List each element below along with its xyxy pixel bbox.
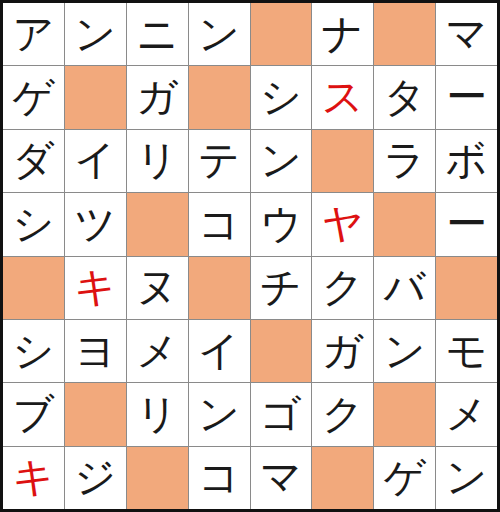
- grid-cell-r5c3[interactable]: ヌ: [127, 257, 188, 319]
- letter: ゴ: [260, 394, 302, 435]
- grid-cell-r7c8[interactable]: メ: [436, 383, 497, 445]
- grid-cell-r7c5[interactable]: ゴ: [251, 383, 312, 445]
- grid-cell-r3c1[interactable]: ダ: [3, 130, 64, 192]
- letter: ゲ: [384, 457, 426, 498]
- grid-cell-r1c4[interactable]: ン: [189, 3, 250, 65]
- blocked-cell-r1c7: [374, 3, 435, 65]
- grid-cell-r3c2[interactable]: イ: [65, 130, 126, 192]
- letter: タ: [384, 77, 426, 118]
- grid-cell-r5c7[interactable]: バ: [374, 257, 435, 319]
- grid-cell-r1c6[interactable]: ナ: [312, 3, 373, 65]
- grid-cell-r1c8[interactable]: マ: [436, 3, 497, 65]
- letter: バ: [384, 267, 426, 308]
- blocked-cell-r2c2: [65, 66, 126, 128]
- grid-cell-r6c4[interactable]: イ: [189, 320, 250, 382]
- grid-cell-r5c2[interactable]: キ: [65, 257, 126, 319]
- grid-cell-r8c5[interactable]: マ: [251, 447, 312, 509]
- grid-cell-r6c8[interactable]: モ: [436, 320, 497, 382]
- grid-cell-r8c1[interactable]: キ: [3, 447, 64, 509]
- letter: チ: [260, 267, 302, 308]
- letter: ー: [446, 204, 487, 245]
- grid-cell-r2c5[interactable]: シ: [251, 66, 312, 128]
- letter: ン: [198, 394, 240, 435]
- grid-cell-r6c6[interactable]: ガ: [312, 320, 373, 382]
- grid-cell-r3c4[interactable]: テ: [189, 130, 250, 192]
- grid-cell-r6c1[interactable]: シ: [3, 320, 64, 382]
- grid-cell-r6c2[interactable]: ヨ: [65, 320, 126, 382]
- letter: コ: [198, 457, 240, 498]
- blocked-cell-r7c7: [374, 383, 435, 445]
- grid-cell-r5c5[interactable]: チ: [251, 257, 312, 319]
- letter: テ: [198, 140, 240, 181]
- blocked-cell-r8c3: [127, 447, 188, 509]
- grid-cell-r7c1[interactable]: ブ: [3, 383, 64, 445]
- blocked-cell-r5c4: [189, 257, 250, 319]
- letter: リ: [136, 140, 178, 181]
- letter: ヌ: [136, 267, 178, 308]
- grid-cell-r3c3[interactable]: リ: [127, 130, 188, 192]
- letter: ゲ: [12, 77, 54, 118]
- grid-cell-r4c1[interactable]: シ: [3, 193, 64, 255]
- letter: ヨ: [74, 331, 116, 372]
- letter: シ: [12, 204, 54, 245]
- grid-cell-r4c6[interactable]: ヤ: [312, 193, 373, 255]
- letter: ン: [446, 457, 488, 498]
- grid-cell-r1c3[interactable]: ニ: [127, 3, 188, 65]
- blocked-cell-r6c5: [251, 320, 312, 382]
- letter: ガ: [136, 77, 178, 118]
- letter: シ: [260, 77, 302, 118]
- letter: ク: [322, 267, 364, 308]
- letter: ボ: [446, 140, 488, 181]
- letter: ジ: [74, 457, 116, 498]
- grid-cell-r6c3[interactable]: メ: [127, 320, 188, 382]
- blocked-cell-r1c5: [251, 3, 312, 65]
- grid-cell-r4c8[interactable]: ー: [436, 193, 497, 255]
- grid-cell-r7c3[interactable]: リ: [127, 383, 188, 445]
- letter: ン: [198, 14, 240, 55]
- grid-cell-r2c6[interactable]: ス: [312, 66, 373, 128]
- crossword-grid: アンニンナマゲガシスターダイリテンラボシツコウヤーキヌチクバシヨメイガンモブリン…: [0, 0, 500, 512]
- blocked-cell-r5c8: [436, 257, 497, 319]
- grid-cell-r2c3[interactable]: ガ: [127, 66, 188, 128]
- letter: ニ: [136, 14, 178, 55]
- letter: リ: [136, 394, 178, 435]
- letter: ブ: [12, 394, 54, 435]
- grid-cell-r8c8[interactable]: ン: [436, 447, 497, 509]
- grid-cell-r4c5[interactable]: ウ: [251, 193, 312, 255]
- grid-cell-r4c2[interactable]: ツ: [65, 193, 126, 255]
- letter: ツ: [74, 204, 116, 245]
- letter: ウ: [260, 204, 302, 245]
- letter: メ: [136, 331, 178, 372]
- blocked-cell-r7c2: [65, 383, 126, 445]
- grid-cell-r4c4[interactable]: コ: [189, 193, 250, 255]
- letter: ラ: [384, 140, 426, 181]
- letter: コ: [198, 204, 240, 245]
- letter: ン: [384, 331, 426, 372]
- letter: メ: [446, 394, 488, 435]
- blocked-cell-r4c7: [374, 193, 435, 255]
- grid-cell-r6c7[interactable]: ン: [374, 320, 435, 382]
- grid-cell-r8c2[interactable]: ジ: [65, 447, 126, 509]
- blocked-cell-r4c3: [127, 193, 188, 255]
- highlighted-letter: キ: [74, 267, 116, 308]
- letter: ダ: [12, 140, 54, 181]
- letter: モ: [446, 331, 488, 372]
- letter: マ: [446, 14, 488, 55]
- letter: ア: [12, 14, 54, 55]
- letter: ー: [446, 77, 487, 118]
- grid-cell-r8c7[interactable]: ゲ: [374, 447, 435, 509]
- grid-cell-r2c7[interactable]: タ: [374, 66, 435, 128]
- blocked-cell-r2c4: [189, 66, 250, 128]
- letter: シ: [12, 331, 54, 372]
- grid-cell-r1c2[interactable]: ン: [65, 3, 126, 65]
- letter: ン: [260, 140, 302, 181]
- crossword-board: アンニンナマゲガシスターダイリテンラボシツコウヤーキヌチクバシヨメイガンモブリン…: [0, 0, 500, 512]
- grid-cell-r1c1[interactable]: ア: [3, 3, 64, 65]
- blocked-cell-r5c1: [3, 257, 64, 319]
- letter: ク: [322, 394, 364, 435]
- letter: ガ: [322, 331, 364, 372]
- grid-cell-r3c7[interactable]: ラ: [374, 130, 435, 192]
- letter: ン: [74, 14, 116, 55]
- letter: イ: [74, 140, 116, 181]
- grid-cell-r7c4[interactable]: ン: [189, 383, 250, 445]
- letter: マ: [260, 457, 302, 498]
- grid-cell-r3c8[interactable]: ボ: [436, 130, 497, 192]
- highlighted-letter: ヤ: [322, 204, 364, 245]
- letter: イ: [198, 331, 240, 372]
- grid-cell-r2c1[interactable]: ゲ: [3, 66, 64, 128]
- highlighted-letter: ス: [322, 77, 364, 118]
- grid-cell-r7c6[interactable]: ク: [312, 383, 373, 445]
- grid-cell-r2c8[interactable]: ー: [436, 66, 497, 128]
- blocked-cell-r3c6: [312, 130, 373, 192]
- grid-cell-r5c6[interactable]: ク: [312, 257, 373, 319]
- grid-cell-r8c4[interactable]: コ: [189, 447, 250, 509]
- highlighted-letter: キ: [12, 457, 54, 498]
- grid-cell-r3c5[interactable]: ン: [251, 130, 312, 192]
- blocked-cell-r8c6: [312, 447, 373, 509]
- letter: ナ: [322, 14, 364, 55]
